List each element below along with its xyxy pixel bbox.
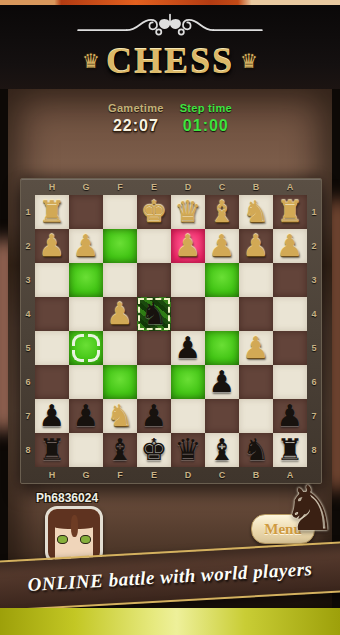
square-c8[interactable]: ♝ (205, 433, 239, 467)
square-f4[interactable]: ♟ (103, 297, 137, 331)
avatar-hair-bang (71, 515, 78, 537)
rank-label-left-3: 3 (21, 263, 35, 297)
file-label-top-a: A (273, 179, 307, 195)
avatar-eye-right (80, 535, 91, 544)
file-label-bottom-c: C (205, 467, 239, 483)
white-piece-h2: ♟ (35, 229, 69, 263)
rank-label-right-2: 2 (307, 229, 321, 263)
white-piece-e1: ♚ (137, 195, 171, 229)
crown-right-icon: ♛ (240, 49, 258, 73)
rank-label-right-3: 3 (307, 263, 321, 297)
promo-banner-text: ONLINE battle with world players (27, 558, 313, 596)
rank-label-right-8: 8 (307, 433, 321, 467)
white-piece-g2: ♟ (69, 229, 103, 263)
square-h6[interactable] (35, 365, 69, 399)
black-piece-f8: ♝ (103, 433, 137, 467)
square-b2[interactable]: ♟ (239, 229, 273, 263)
file-label-bottom-f: F (103, 467, 137, 483)
square-b7[interactable] (239, 399, 273, 433)
square-d5[interactable]: ♟ (171, 331, 205, 365)
square-c2[interactable]: ♟ (205, 229, 239, 263)
avatar-eye-left (57, 535, 68, 544)
white-piece-b5: ♟ (239, 331, 273, 365)
square-a5[interactable] (273, 331, 307, 365)
white-piece-h1: ♜ (35, 195, 69, 229)
file-label-bottom-b: B (239, 467, 273, 483)
rank-label-left-6: 6 (21, 365, 35, 399)
square-g5[interactable] (69, 331, 103, 365)
square-e5[interactable] (137, 331, 171, 365)
square-a3[interactable] (273, 263, 307, 297)
square-f1[interactable] (103, 195, 137, 229)
rank-label-left-5: 5 (21, 331, 35, 365)
black-piece-a7: ♟ (273, 399, 307, 433)
file-label-bottom-d: D (171, 467, 205, 483)
square-f3[interactable] (103, 263, 137, 297)
square-h4[interactable] (35, 297, 69, 331)
knight-icon[interactable]: ♞ (282, 478, 338, 540)
rank-label-left-8: 8 (21, 433, 35, 467)
black-piece-c8: ♝ (205, 433, 239, 467)
file-label-bottom-h: H (35, 467, 69, 483)
white-piece-c2: ♟ (205, 229, 239, 263)
crown-left-icon: ♛ (82, 49, 100, 73)
square-b5[interactable]: ♟ (239, 331, 273, 365)
app-header: ♛ CHESS ♛ (0, 5, 340, 89)
square-f8[interactable]: ♝ (103, 433, 137, 467)
square-a6[interactable] (273, 365, 307, 399)
square-d4[interactable] (171, 297, 205, 331)
steptime-block: Step time 01:00 (180, 102, 232, 135)
square-a4[interactable] (273, 297, 307, 331)
rank-label-left-7: 7 (21, 399, 35, 433)
black-piece-c6: ♟ (205, 365, 239, 399)
rank-label-right-1: 1 (307, 195, 321, 229)
square-c1[interactable]: ♝ (205, 195, 239, 229)
white-piece-b1: ♞ (239, 195, 273, 229)
flourish-ornament (70, 12, 270, 38)
rank-label-right-4: 4 (307, 297, 321, 331)
steptime-value: 01:00 (180, 117, 232, 135)
file-label-top-g: G (69, 179, 103, 195)
square-g2[interactable]: ♟ (69, 229, 103, 263)
square-g8[interactable] (69, 433, 103, 467)
square-a8[interactable]: ♜ (273, 433, 307, 467)
file-label-bottom-g: G (69, 467, 103, 483)
square-e6[interactable] (137, 365, 171, 399)
square-a2[interactable]: ♟ (273, 229, 307, 263)
square-b3[interactable] (239, 263, 273, 297)
square-d1[interactable]: ♛ (171, 195, 205, 229)
square-c7[interactable] (205, 399, 239, 433)
square-c5[interactable] (205, 331, 239, 365)
file-label-top-c: C (205, 179, 239, 195)
square-h2[interactable]: ♟ (35, 229, 69, 263)
black-piece-e8: ♚ (137, 433, 171, 467)
file-label-top-d: D (171, 179, 205, 195)
square-e1[interactable]: ♚ (137, 195, 171, 229)
black-piece-d8: ♛ (171, 433, 205, 467)
square-d8[interactable]: ♛ (171, 433, 205, 467)
origin-corner-mark (72, 334, 84, 346)
square-d3[interactable] (171, 263, 205, 297)
white-piece-f4: ♟ (103, 297, 137, 331)
status-strip (0, 0, 340, 5)
white-piece-f7: ♞ (103, 399, 137, 433)
square-f2[interactable] (103, 229, 137, 263)
square-g1[interactable] (69, 195, 103, 229)
white-piece-d2: ♟ (171, 229, 205, 263)
white-piece-a1: ♜ (273, 195, 307, 229)
gametime-block: Gametime 22:07 (108, 102, 164, 135)
black-piece-b8: ♞ (239, 433, 273, 467)
timer-panel: Gametime 22:07 Step time 01:00 (0, 102, 340, 135)
ad-banner[interactable] (0, 608, 340, 635)
black-piece-a8: ♜ (273, 433, 307, 467)
white-piece-a2: ♟ (273, 229, 307, 263)
gametime-label: Gametime (108, 102, 164, 114)
rank-label-right-7: 7 (307, 399, 321, 433)
square-g7[interactable]: ♟ (69, 399, 103, 433)
chess-app-screen: ♛ CHESS ♛ Gametime 22:07 Step time 01:00… (0, 0, 340, 635)
square-b1[interactable]: ♞ (239, 195, 273, 229)
square-b6[interactable] (239, 365, 273, 399)
square-c4[interactable] (205, 297, 239, 331)
square-h1[interactable]: ♜ (35, 195, 69, 229)
square-d2[interactable]: ♟ (171, 229, 205, 263)
board-frame: HHGGFFEEDDCCBBAA1122334455667788♜♚♛♝♞♜♟♟… (20, 178, 322, 484)
square-b8[interactable]: ♞ (239, 433, 273, 467)
square-f6[interactable] (103, 365, 137, 399)
black-piece-e4: ♞ (137, 297, 171, 331)
square-e2[interactable] (137, 229, 171, 263)
square-h5[interactable] (35, 331, 69, 365)
square-g6[interactable] (69, 365, 103, 399)
origin-corner-mark (88, 334, 100, 346)
white-piece-b2: ♟ (239, 229, 273, 263)
square-d6[interactable] (171, 365, 205, 399)
black-piece-e7: ♟ (137, 399, 171, 433)
square-h8[interactable]: ♜ (35, 433, 69, 467)
square-h7[interactable]: ♟ (35, 399, 69, 433)
square-c6[interactable]: ♟ (205, 365, 239, 399)
origin-corner-mark (88, 350, 100, 362)
square-e3[interactable] (137, 263, 171, 297)
rank-label-left-2: 2 (21, 229, 35, 263)
square-h3[interactable] (35, 263, 69, 297)
rank-label-left-1: 1 (21, 195, 35, 229)
white-piece-c1: ♝ (205, 195, 239, 229)
square-g3[interactable] (69, 263, 103, 297)
square-f5[interactable] (103, 331, 137, 365)
black-piece-h8: ♜ (35, 433, 69, 467)
black-piece-g7: ♟ (69, 399, 103, 433)
square-e7[interactable]: ♟ (137, 399, 171, 433)
black-piece-h7: ♟ (35, 399, 69, 433)
file-label-bottom-e: E (137, 467, 171, 483)
square-e8[interactable]: ♚ (137, 433, 171, 467)
square-b4[interactable] (239, 297, 273, 331)
gametime-value: 22:07 (108, 117, 164, 135)
file-label-top-e: E (137, 179, 171, 195)
file-label-top-b: B (239, 179, 273, 195)
rank-label-right-6: 6 (307, 365, 321, 399)
rank-label-left-4: 4 (21, 297, 35, 331)
white-piece-d1: ♛ (171, 195, 205, 229)
file-label-top-h: H (35, 179, 69, 195)
file-label-top-f: F (103, 179, 137, 195)
square-e4[interactable]: ♞ (137, 297, 171, 331)
page-title: CHESS (106, 40, 234, 82)
steptime-label: Step time (180, 102, 232, 114)
black-piece-d5: ♟ (171, 331, 205, 365)
square-c3[interactable] (205, 263, 239, 297)
square-d7[interactable] (171, 399, 205, 433)
player-name: Ph6836024 (36, 491, 98, 505)
square-a1[interactable]: ♜ (273, 195, 307, 229)
origin-corner-mark (72, 350, 84, 362)
square-g4[interactable] (69, 297, 103, 331)
square-a7[interactable]: ♟ (273, 399, 307, 433)
square-f7[interactable]: ♞ (103, 399, 137, 433)
rank-label-right-5: 5 (307, 331, 321, 365)
